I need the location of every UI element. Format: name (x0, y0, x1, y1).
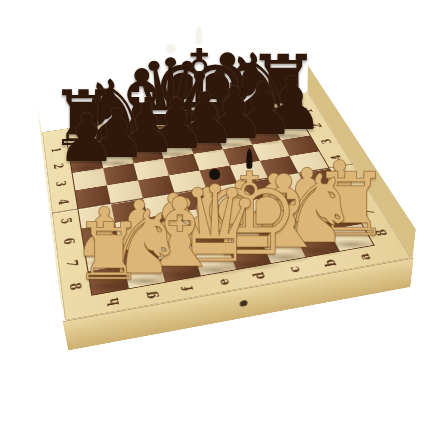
rank-label-5: 5 (48, 211, 84, 232)
square-b8[interactable] (295, 230, 339, 257)
box-clasp (240, 300, 248, 307)
square-g5[interactable] (111, 198, 148, 223)
square-g8[interactable] (124, 259, 165, 288)
square-e6[interactable] (181, 207, 221, 232)
square-d6[interactable] (213, 201, 253, 226)
square-e5[interactable] (175, 188, 213, 212)
square-b7[interactable] (286, 210, 329, 236)
square-h6[interactable] (82, 223, 120, 249)
square-c8[interactable] (262, 235, 306, 263)
square-d8[interactable] (228, 241, 271, 269)
square-e8[interactable] (194, 247, 236, 275)
square-e7[interactable] (187, 226, 228, 253)
square-g4[interactable] (107, 180, 143, 203)
square-a7[interactable] (318, 204, 361, 229)
square-h5[interactable] (78, 204, 115, 229)
square-g6[interactable] (115, 217, 153, 243)
square-f6[interactable] (148, 212, 187, 238)
square-h7[interactable] (85, 243, 124, 271)
chess-photo-stage: hgfedcba hgfedcba 12345678 12345678 ♜♞♝♛… (0, 0, 430, 430)
square-h8[interactable] (89, 265, 129, 295)
square-c6[interactable] (245, 196, 286, 221)
square-c7[interactable] (253, 215, 295, 241)
square-h4[interactable] (75, 185, 110, 209)
square-b6[interactable] (276, 191, 317, 215)
square-f7[interactable] (153, 232, 193, 259)
square-g7[interactable] (119, 238, 159, 266)
square-d7[interactable] (220, 221, 262, 247)
square-a8[interactable] (328, 224, 373, 251)
board-3d-plane: hgfedcba hgfedcba 12345678 12345678 (42, 92, 412, 321)
chess-board: hgfedcba hgfedcba 12345678 12345678 (23, 5, 388, 370)
square-a6[interactable] (308, 186, 350, 210)
square-f5[interactable] (143, 193, 181, 217)
square-f8[interactable] (159, 253, 201, 282)
